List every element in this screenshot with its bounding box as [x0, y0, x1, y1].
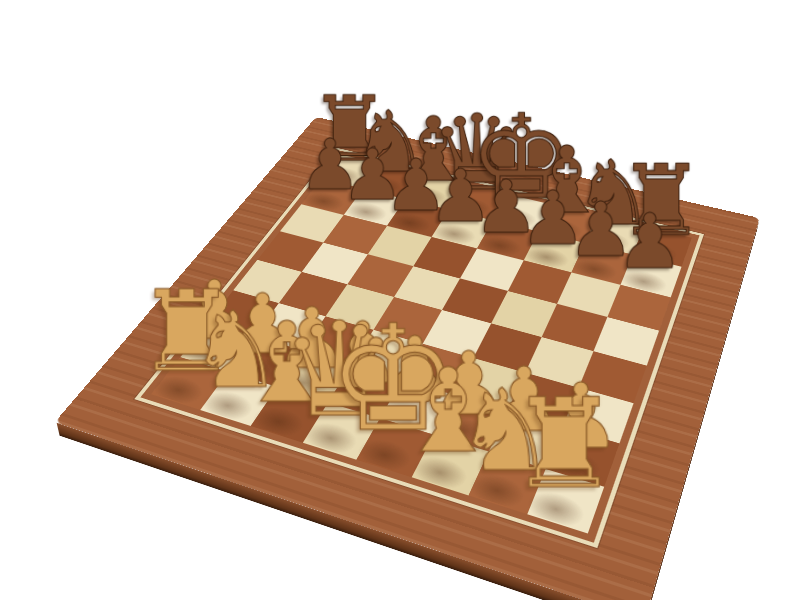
chess-board: ♜♞♝♛♚♝♞♜♟♟♟♟♟♟♟♟♟♟♟♟♟♟♟♟♜♞♝♛♚♝♞♜: [55, 117, 760, 600]
piece-white-rook-h1[interactable]: ♜: [469, 382, 660, 506]
playing-area: ♜♞♝♛♚♝♞♜♟♟♟♟♟♟♟♟♟♟♟♟♟♟♟♟♜♞♝♛♚♝♞♜: [151, 155, 692, 534]
square-h7[interactable]: ♟: [620, 255, 681, 298]
square-h1[interactable]: ♜: [527, 469, 604, 534]
piece-black-pawn-h7[interactable]: ♟: [572, 204, 727, 280]
photo-backdrop: ♜♞♝♛♚♝♞♜♟♟♟♟♟♟♟♟♟♟♟♟♟♟♟♟♜♞♝♛♚♝♞♜ rnbqkbn…: [0, 0, 800, 600]
